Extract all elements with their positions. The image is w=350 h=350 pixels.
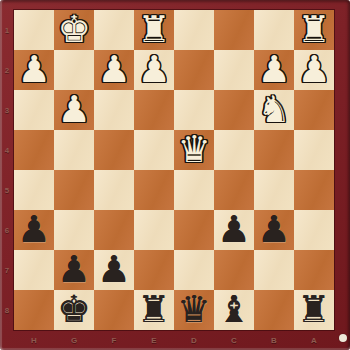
square-g1[interactable]: ♚ — [54, 10, 94, 50]
square-a4[interactable] — [294, 130, 334, 170]
square-h1[interactable] — [14, 10, 54, 50]
square-f2[interactable]: ♟ — [94, 50, 134, 90]
square-e1[interactable]: ♜ — [134, 10, 174, 50]
white-pawn-f2: ♟ — [97, 51, 130, 88]
black-pawn-h6: ♟ — [17, 211, 50, 248]
white-pawn-b2: ♟ — [257, 51, 290, 88]
square-h3[interactable] — [14, 90, 54, 130]
square-f4[interactable] — [94, 130, 134, 170]
square-c7[interactable] — [214, 250, 254, 290]
square-h8[interactable] — [14, 290, 54, 330]
file-label-f: F — [94, 330, 134, 350]
square-b7[interactable] — [254, 250, 294, 290]
white-pawn-e2: ♟ — [137, 51, 170, 88]
square-a8[interactable]: ♜ — [294, 290, 334, 330]
rank-label-2: 2 — [0, 50, 14, 90]
square-e6[interactable] — [134, 210, 174, 250]
black-rook-e8: ♜ — [137, 291, 170, 328]
square-b8[interactable] — [254, 290, 294, 330]
square-c4[interactable] — [214, 130, 254, 170]
square-c6[interactable]: ♟ — [214, 210, 254, 250]
white-pawn-h2: ♟ — [17, 51, 50, 88]
black-pawn-b6: ♟ — [257, 211, 290, 248]
square-g3[interactable]: ♟ — [54, 90, 94, 130]
square-g8[interactable]: ♚ — [54, 290, 94, 330]
square-g6[interactable] — [54, 210, 94, 250]
square-h4[interactable] — [14, 130, 54, 170]
file-label-c: C — [214, 330, 254, 350]
black-rook-a8: ♜ — [297, 291, 330, 328]
board: ♚♜♜♟♟♟♟♟♟♞♛♟♟♟♟♟♚♜♛♝♜ — [14, 10, 334, 330]
square-a7[interactable] — [294, 250, 334, 290]
square-a3[interactable] — [294, 90, 334, 130]
white-king-g1: ♚ — [57, 11, 90, 48]
rank-label-4: 4 — [0, 130, 14, 170]
square-d4[interactable]: ♛ — [174, 130, 214, 170]
square-f8[interactable] — [94, 290, 134, 330]
square-f7[interactable]: ♟ — [94, 250, 134, 290]
square-h6[interactable]: ♟ — [14, 210, 54, 250]
rank-labels: 12345678 — [0, 10, 14, 330]
square-b1[interactable] — [254, 10, 294, 50]
square-e8[interactable]: ♜ — [134, 290, 174, 330]
square-e3[interactable] — [134, 90, 174, 130]
white-rook-a1: ♜ — [297, 11, 330, 48]
file-label-a: A — [294, 330, 334, 350]
square-f6[interactable] — [94, 210, 134, 250]
square-d6[interactable] — [174, 210, 214, 250]
white-rook-e1: ♜ — [137, 11, 170, 48]
white-to-move-dot — [339, 334, 347, 342]
file-labels: HGFEDCBA — [14, 330, 334, 350]
square-e5[interactable] — [134, 170, 174, 210]
square-g2[interactable] — [54, 50, 94, 90]
square-a1[interactable]: ♜ — [294, 10, 334, 50]
square-c8[interactable]: ♝ — [214, 290, 254, 330]
square-g4[interactable] — [54, 130, 94, 170]
square-c3[interactable] — [214, 90, 254, 130]
square-d3[interactable] — [174, 90, 214, 130]
square-f5[interactable] — [94, 170, 134, 210]
white-pawn-a2: ♟ — [297, 51, 330, 88]
square-g5[interactable] — [54, 170, 94, 210]
square-c1[interactable] — [214, 10, 254, 50]
square-b5[interactable] — [254, 170, 294, 210]
square-h5[interactable] — [14, 170, 54, 210]
black-pawn-c6: ♟ — [217, 211, 250, 248]
file-label-e: E — [134, 330, 174, 350]
square-b2[interactable]: ♟ — [254, 50, 294, 90]
black-king-g8: ♚ — [57, 291, 90, 328]
square-f3[interactable] — [94, 90, 134, 130]
square-f1[interactable] — [94, 10, 134, 50]
rank-label-7: 7 — [0, 250, 14, 290]
square-b6[interactable]: ♟ — [254, 210, 294, 250]
square-d1[interactable] — [174, 10, 214, 50]
black-pawn-f7: ♟ — [97, 251, 130, 288]
square-h7[interactable] — [14, 250, 54, 290]
file-label-h: H — [14, 330, 54, 350]
rank-label-6: 6 — [0, 210, 14, 250]
chessboard-frame: 12345678 ♚♜♜♟♟♟♟♟♟♞♛♟♟♟♟♟♚♜♛♝♜ HGFEDCBA — [0, 0, 350, 350]
file-label-b: B — [254, 330, 294, 350]
rank-label-5: 5 — [0, 170, 14, 210]
rank-label-3: 3 — [0, 90, 14, 130]
square-a5[interactable] — [294, 170, 334, 210]
square-e2[interactable]: ♟ — [134, 50, 174, 90]
square-d2[interactable] — [174, 50, 214, 90]
square-a2[interactable]: ♟ — [294, 50, 334, 90]
square-g7[interactable]: ♟ — [54, 250, 94, 290]
square-a6[interactable] — [294, 210, 334, 250]
square-e7[interactable] — [134, 250, 174, 290]
black-queen-d8: ♛ — [177, 291, 210, 328]
white-knight-b3: ♞ — [257, 91, 290, 128]
square-d8[interactable]: ♛ — [174, 290, 214, 330]
square-c2[interactable] — [214, 50, 254, 90]
black-bishop-c8: ♝ — [217, 291, 250, 328]
rank-label-8: 8 — [0, 290, 14, 330]
square-d5[interactable] — [174, 170, 214, 210]
square-e4[interactable] — [134, 130, 174, 170]
file-label-g: G — [54, 330, 94, 350]
square-b3[interactable]: ♞ — [254, 90, 294, 130]
square-h2[interactable]: ♟ — [14, 50, 54, 90]
file-label-d: D — [174, 330, 214, 350]
square-c5[interactable] — [214, 170, 254, 210]
rank-label-1: 1 — [0, 10, 14, 50]
square-b4[interactable] — [254, 130, 294, 170]
white-queen-d4: ♛ — [177, 131, 210, 168]
white-pawn-g3: ♟ — [57, 91, 90, 128]
square-d7[interactable] — [174, 250, 214, 290]
black-pawn-g7: ♟ — [57, 251, 90, 288]
